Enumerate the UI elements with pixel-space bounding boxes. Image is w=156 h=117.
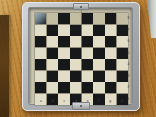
square-a5[interactable]	[35, 48, 46, 59]
square-e8[interactable]	[82, 13, 93, 24]
chessboard: 87654321 abcdefgh	[22, 2, 140, 111]
file-label: g	[109, 100, 111, 104]
hinge-pin-icon	[80, 6, 82, 8]
bottom-hinge	[72, 102, 90, 110]
square-g2[interactable]	[105, 82, 116, 93]
square-d3[interactable]	[70, 71, 81, 82]
square-a3[interactable]	[35, 71, 46, 82]
square-b4[interactable]	[47, 59, 58, 70]
fold-seam	[81, 4, 82, 109]
square-a2[interactable]	[35, 82, 46, 93]
square-f6[interactable]	[93, 36, 104, 47]
rank-label: 3	[128, 75, 130, 79]
square-c3[interactable]	[58, 71, 69, 82]
square-f7[interactable]	[93, 25, 104, 36]
square-g3[interactable]	[105, 71, 116, 82]
file-label: c	[63, 100, 65, 104]
square-g8[interactable]	[105, 13, 116, 24]
rank-label: 4	[128, 63, 130, 67]
square-d4[interactable]	[70, 59, 81, 70]
square-g5[interactable]	[105, 48, 116, 59]
top-hinge	[73, 3, 89, 10]
square-c7[interactable]	[58, 25, 69, 36]
square-g7[interactable]	[105, 25, 116, 36]
square-d6[interactable]	[70, 36, 81, 47]
square-c4[interactable]	[58, 59, 69, 70]
square-b3[interactable]	[47, 71, 58, 82]
square-b8[interactable]	[47, 13, 58, 24]
square-f4[interactable]	[93, 59, 104, 70]
file-label: b	[52, 100, 54, 104]
table-dark-edge	[0, 15, 9, 117]
square-f5[interactable]	[93, 48, 104, 59]
photo-scene: 87654321 abcdefgh	[0, 0, 156, 117]
square-f3[interactable]	[93, 71, 104, 82]
square-e5[interactable]	[82, 48, 93, 59]
square-a7[interactable]	[35, 25, 46, 36]
square-c6[interactable]	[58, 36, 69, 47]
square-a6[interactable]	[35, 36, 46, 47]
rank-label: 5	[128, 52, 130, 56]
square-g4[interactable]	[105, 59, 116, 70]
square-e7[interactable]	[82, 25, 93, 36]
square-a4[interactable]	[35, 59, 46, 70]
rank-label: 7	[128, 29, 130, 33]
square-c5[interactable]	[58, 48, 69, 59]
square-g6[interactable]	[105, 36, 116, 47]
square-b2[interactable]	[47, 82, 58, 93]
square-f2[interactable]	[93, 82, 104, 93]
square-e3[interactable]	[82, 71, 93, 82]
square-c8[interactable]	[58, 13, 69, 24]
rank-label: 6	[128, 40, 130, 44]
hinge-pin-icon	[80, 105, 82, 107]
square-e4[interactable]	[82, 59, 93, 70]
square-e2[interactable]	[82, 82, 93, 93]
rank-label: 8	[128, 17, 130, 21]
square-d5[interactable]	[70, 48, 81, 59]
file-label: a	[40, 100, 42, 104]
file-label: h	[121, 100, 123, 104]
rank-labels: 87654321	[126, 13, 131, 105]
square-c2[interactable]	[58, 82, 69, 93]
square-a8[interactable]	[35, 13, 46, 24]
square-e6[interactable]	[82, 36, 93, 47]
square-d7[interactable]	[70, 25, 81, 36]
square-d2[interactable]	[70, 82, 81, 93]
square-b7[interactable]	[47, 25, 58, 36]
square-b6[interactable]	[47, 36, 58, 47]
square-d8[interactable]	[70, 13, 81, 24]
square-b5[interactable]	[47, 48, 58, 59]
file-label: f	[99, 100, 100, 104]
rank-label: 2	[128, 86, 130, 90]
square-f8[interactable]	[93, 13, 104, 24]
